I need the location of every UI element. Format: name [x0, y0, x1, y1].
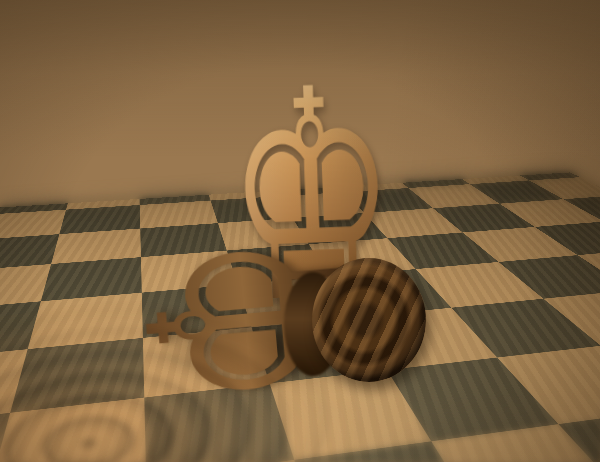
fallen-king-base-disk	[312, 258, 426, 382]
chessboard-photo: ♚ ♚	[0, 0, 600, 462]
